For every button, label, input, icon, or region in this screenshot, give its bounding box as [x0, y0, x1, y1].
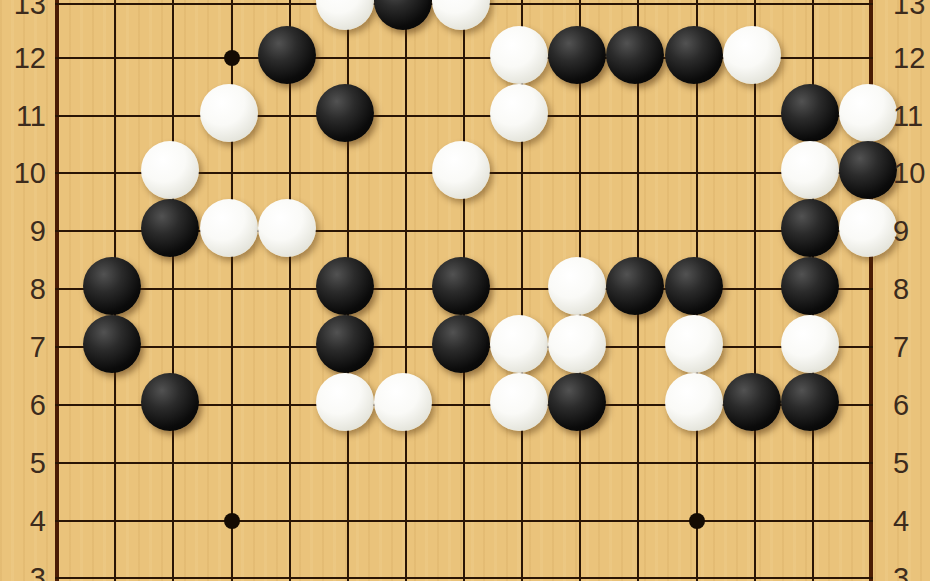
row-label-right-7: 7 — [893, 333, 930, 362]
grid-vline — [289, 0, 291, 581]
grid-hline — [55, 115, 873, 117]
stone-white — [781, 141, 839, 199]
grid-hline — [55, 462, 873, 464]
stone-black — [781, 257, 839, 315]
row-label-right-4: 4 — [893, 507, 930, 536]
stone-white — [665, 315, 723, 373]
row-label-left-12: 12 — [0, 44, 46, 73]
grid-hline — [55, 520, 873, 522]
stone-black — [665, 26, 723, 84]
stone-black — [781, 84, 839, 142]
stone-white — [490, 84, 548, 142]
stone-black — [316, 84, 374, 142]
stone-black — [141, 373, 199, 431]
board-edge-line — [55, 0, 59, 581]
stone-white — [490, 315, 548, 373]
row-label-right-6: 6 — [893, 391, 930, 420]
stone-black — [316, 257, 374, 315]
stone-black — [432, 257, 490, 315]
stone-black — [606, 26, 664, 84]
row-label-left-11: 11 — [0, 102, 46, 131]
stone-black — [432, 315, 490, 373]
stone-white — [548, 315, 606, 373]
row-label-right-13: 13 — [893, 0, 930, 19]
stone-white — [839, 84, 897, 142]
row-label-right-10: 10 — [893, 159, 930, 188]
stone-white — [316, 373, 374, 431]
row-label-left-7: 7 — [0, 333, 46, 362]
row-label-right-5: 5 — [893, 449, 930, 478]
stone-black — [781, 199, 839, 257]
grid-vline — [405, 0, 407, 581]
star-point — [224, 513, 240, 529]
stone-white — [548, 257, 606, 315]
stone-black — [141, 199, 199, 257]
row-label-right-9: 9 — [893, 217, 930, 246]
star-point — [224, 50, 240, 66]
stone-white — [665, 373, 723, 431]
row-label-left-9: 9 — [0, 217, 46, 246]
star-point — [689, 513, 705, 529]
row-label-left-3: 3 — [0, 564, 46, 581]
stone-black — [83, 315, 141, 373]
stone-black — [839, 141, 897, 199]
row-label-left-4: 4 — [0, 507, 46, 536]
row-label-left-8: 8 — [0, 275, 46, 304]
stone-white — [316, 0, 374, 30]
stone-black — [723, 373, 781, 431]
stone-white — [141, 141, 199, 199]
stone-white — [490, 26, 548, 84]
stone-black — [316, 315, 374, 373]
stone-black — [548, 373, 606, 431]
stone-white — [258, 199, 316, 257]
stone-black — [665, 257, 723, 315]
stone-black — [781, 373, 839, 431]
row-label-left-10: 10 — [0, 159, 46, 188]
stone-white — [374, 373, 432, 431]
row-label-right-3: 3 — [893, 564, 930, 581]
stone-white — [839, 199, 897, 257]
stone-black — [374, 0, 432, 30]
row-label-left-5: 5 — [0, 449, 46, 478]
row-label-right-12: 12 — [893, 44, 930, 73]
row-label-right-8: 8 — [893, 275, 930, 304]
stone-white — [200, 84, 258, 142]
stone-white — [200, 199, 258, 257]
grid-vline — [754, 0, 756, 581]
row-label-left-6: 6 — [0, 391, 46, 420]
stone-black — [83, 257, 141, 315]
grid-vline — [172, 0, 174, 581]
row-label-right-11: 11 — [893, 102, 930, 131]
stone-black — [258, 26, 316, 84]
stone-white — [723, 26, 781, 84]
grid-hline — [55, 577, 873, 579]
stone-white — [781, 315, 839, 373]
stone-black — [548, 26, 606, 84]
stone-white — [432, 141, 490, 199]
row-label-left-13: 13 — [0, 0, 46, 19]
stone-white — [432, 0, 490, 30]
go-board-screenshot: 131312121111101099887766554433 — [0, 0, 930, 581]
stone-white — [490, 373, 548, 431]
stone-black — [606, 257, 664, 315]
